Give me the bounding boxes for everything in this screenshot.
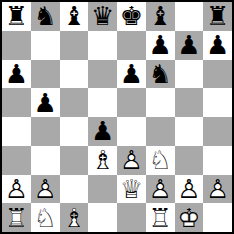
square-c1[interactable]: ♝♗: [60, 203, 89, 232]
square-a4[interactable]: [2, 117, 31, 146]
square-c5[interactable]: [60, 88, 89, 117]
piece-white-knight: ♘: [146, 146, 175, 175]
piece-black-pawn: ♟: [146, 31, 175, 60]
square-h4[interactable]: [203, 117, 232, 146]
piece-white-pawn: ♙: [117, 146, 146, 175]
piece-white-queen-fill: ♛: [117, 175, 146, 204]
piece-black-pawn: ♟: [2, 60, 31, 89]
piece-black-knight: ♞: [146, 60, 175, 89]
square-f1[interactable]: ♜♖: [146, 203, 175, 232]
square-b5[interactable]: ♟: [31, 88, 60, 117]
square-h5[interactable]: [203, 88, 232, 117]
square-f8[interactable]: ♝: [146, 2, 175, 31]
piece-white-rook: ♖: [2, 203, 31, 232]
piece-white-pawn-fill: ♟: [175, 175, 204, 204]
square-h1[interactable]: [203, 203, 232, 232]
square-a7[interactable]: [2, 31, 31, 60]
chess-board: ♜♞♝♛♚♝♜♟♟♟♟♟♞♟♟♝♗♟♙♞♘♟♙♟♙♛♕♟♙♟♙♟♙♜♖♞♘♝♗♜…: [0, 0, 234, 234]
square-h3[interactable]: [203, 146, 232, 175]
piece-white-bishop: ♗: [88, 146, 117, 175]
piece-white-rook-fill: ♜: [146, 203, 175, 232]
square-g5[interactable]: [175, 88, 204, 117]
square-b2[interactable]: ♟♙: [31, 175, 60, 204]
square-b7[interactable]: [31, 31, 60, 60]
square-f6[interactable]: ♞: [146, 60, 175, 89]
square-c2[interactable]: [60, 175, 89, 204]
piece-white-pawn-fill: ♟: [117, 146, 146, 175]
piece-white-knight: ♘: [31, 203, 60, 232]
square-d3[interactable]: ♝♗: [88, 146, 117, 175]
square-e8[interactable]: ♚: [117, 2, 146, 31]
square-f7[interactable]: ♟: [146, 31, 175, 60]
piece-white-knight-fill: ♞: [31, 203, 60, 232]
square-c4[interactable]: [60, 117, 89, 146]
piece-white-bishop-fill: ♝: [60, 203, 89, 232]
piece-white-pawn: ♙: [31, 175, 60, 204]
piece-black-rook: ♜: [2, 2, 31, 31]
piece-black-pawn: ♟: [31, 88, 60, 117]
square-d6[interactable]: [88, 60, 117, 89]
piece-black-queen: ♛: [88, 2, 117, 31]
square-c6[interactable]: [60, 60, 89, 89]
square-e1[interactable]: [117, 203, 146, 232]
square-f2[interactable]: ♟♙: [146, 175, 175, 204]
piece-black-pawn: ♟: [203, 31, 232, 60]
piece-black-pawn: ♟: [117, 60, 146, 89]
square-a1[interactable]: ♜♖: [2, 203, 31, 232]
square-e3[interactable]: ♟♙: [117, 146, 146, 175]
piece-white-rook-fill: ♜: [2, 203, 31, 232]
square-a6[interactable]: ♟: [2, 60, 31, 89]
square-d2[interactable]: [88, 175, 117, 204]
square-e7[interactable]: [117, 31, 146, 60]
piece-white-pawn-fill: ♟: [146, 175, 175, 204]
piece-black-bishop: ♝: [60, 2, 89, 31]
piece-white-pawn: ♙: [175, 175, 204, 204]
square-c3[interactable]: [60, 146, 89, 175]
square-e2[interactable]: ♛♕: [117, 175, 146, 204]
square-e5[interactable]: [117, 88, 146, 117]
piece-black-knight: ♞: [31, 2, 60, 31]
piece-white-king-fill: ♚: [175, 203, 204, 232]
piece-white-bishop: ♗: [60, 203, 89, 232]
piece-white-pawn: ♙: [2, 175, 31, 204]
piece-white-bishop-fill: ♝: [88, 146, 117, 175]
square-e6[interactable]: ♟: [117, 60, 146, 89]
square-b3[interactable]: [31, 146, 60, 175]
square-c7[interactable]: [60, 31, 89, 60]
square-g8[interactable]: [175, 2, 204, 31]
square-g1[interactable]: ♚♔: [175, 203, 204, 232]
square-g6[interactable]: [175, 60, 204, 89]
square-g2[interactable]: ♟♙: [175, 175, 204, 204]
square-c8[interactable]: ♝: [60, 2, 89, 31]
piece-white-queen: ♕: [117, 175, 146, 204]
piece-white-rook: ♖: [146, 203, 175, 232]
square-d5[interactable]: [88, 88, 117, 117]
square-a8[interactable]: ♜: [2, 2, 31, 31]
piece-black-pawn: ♟: [175, 31, 204, 60]
piece-white-pawn-fill: ♟: [31, 175, 60, 204]
square-h8[interactable]: ♜: [203, 2, 232, 31]
square-a5[interactable]: [2, 88, 31, 117]
square-b6[interactable]: [31, 60, 60, 89]
square-b8[interactable]: ♞: [31, 2, 60, 31]
square-d7[interactable]: [88, 31, 117, 60]
square-g3[interactable]: [175, 146, 204, 175]
square-h6[interactable]: [203, 60, 232, 89]
square-h2[interactable]: ♟♙: [203, 175, 232, 204]
piece-white-pawn-fill: ♟: [203, 175, 232, 204]
square-a2[interactable]: ♟♙: [2, 175, 31, 204]
piece-white-pawn: ♙: [203, 175, 232, 204]
square-g7[interactable]: ♟: [175, 31, 204, 60]
piece-black-bishop: ♝: [146, 2, 175, 31]
piece-white-king: ♔: [175, 203, 204, 232]
square-f5[interactable]: [146, 88, 175, 117]
piece-black-rook: ♜: [203, 2, 232, 31]
square-b4[interactable]: [31, 117, 60, 146]
square-a3[interactable]: [2, 146, 31, 175]
square-d1[interactable]: [88, 203, 117, 232]
piece-white-pawn-fill: ♟: [2, 175, 31, 204]
square-h7[interactable]: ♟: [203, 31, 232, 60]
square-e4[interactable]: [117, 117, 146, 146]
square-d8[interactable]: ♛: [88, 2, 117, 31]
piece-black-king: ♚: [117, 2, 146, 31]
piece-black-pawn: ♟: [88, 117, 117, 146]
square-f4[interactable]: [146, 117, 175, 146]
square-b1[interactable]: ♞♘: [31, 203, 60, 232]
piece-white-knight-fill: ♞: [146, 146, 175, 175]
piece-white-pawn: ♙: [146, 175, 175, 204]
square-d4[interactable]: ♟: [88, 117, 117, 146]
square-f3[interactable]: ♞♘: [146, 146, 175, 175]
square-g4[interactable]: [175, 117, 204, 146]
